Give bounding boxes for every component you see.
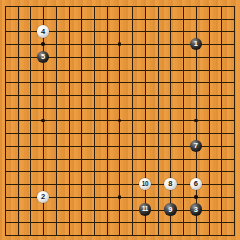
stone-move-number: 11 (142, 206, 148, 212)
stone-2-white-D4: 2 (37, 191, 49, 203)
stone-move-number: 5 (41, 53, 45, 61)
stone-11-black-M3: 11 (139, 203, 151, 215)
stone-move-number: 9 (168, 205, 172, 213)
star-point-D16 (41, 42, 45, 46)
stone-move-number: 7 (194, 142, 198, 150)
board-grid: 1234567891011 (0, 0, 240, 240)
star-point-Q4 (194, 195, 198, 199)
stone-8-white-O5: 8 (164, 178, 176, 190)
stone-move-number: 1 (194, 40, 198, 48)
stone-4-white-D17: 4 (37, 25, 49, 37)
stone-7-black-Q8: 7 (190, 140, 202, 152)
stone-move-number: 6 (194, 180, 198, 188)
star-point-D10 (41, 119, 45, 123)
star-point-K4 (118, 195, 122, 199)
stone-9-black-O3: 9 (164, 203, 176, 215)
star-point-K10 (118, 119, 122, 123)
stone-move-number: 4 (41, 27, 45, 35)
stone-5-black-D15: 5 (37, 51, 49, 63)
stone-10-white-M5: 10 (139, 178, 151, 190)
stone-move-number: 8 (168, 180, 172, 188)
star-point-Q10 (194, 119, 198, 123)
stone-move-number: 10 (142, 181, 148, 187)
go-board[interactable]: 1234567891011 (0, 0, 240, 240)
stone-1-black-Q16: 1 (190, 38, 202, 50)
stone-move-number: 2 (41, 193, 45, 201)
stone-6-white-Q5: 6 (190, 178, 202, 190)
star-point-K16 (118, 42, 122, 46)
stone-3-black-Q3: 3 (190, 203, 202, 215)
stone-move-number: 3 (194, 205, 198, 213)
